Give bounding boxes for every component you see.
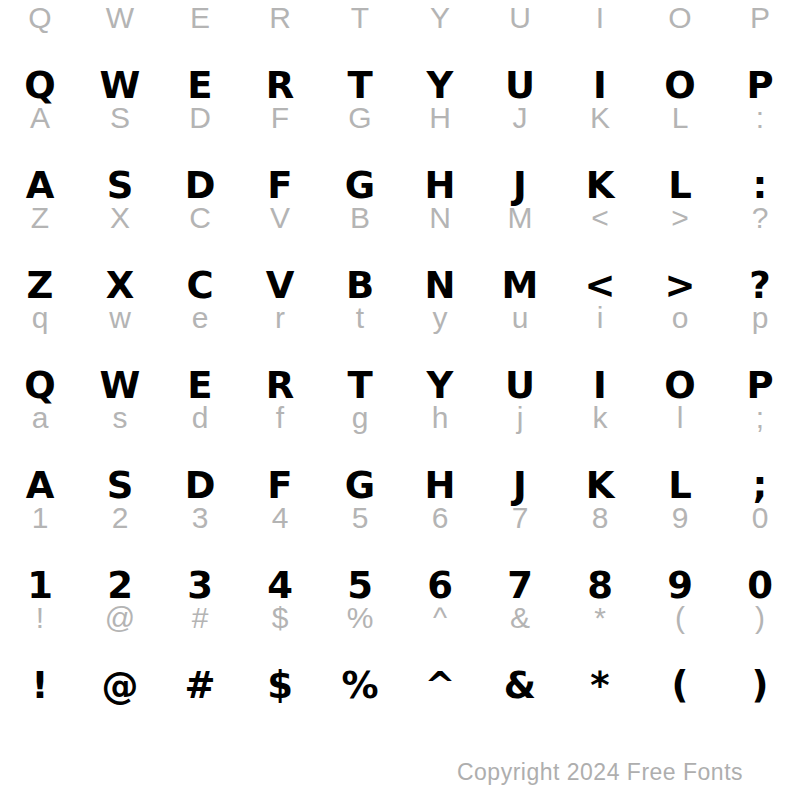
reference-char: i <box>597 303 604 333</box>
reference-char: G <box>348 103 371 133</box>
reference-char: j <box>517 403 524 433</box>
font-glyph: V <box>266 267 295 304</box>
font-glyph: O <box>664 367 695 404</box>
font-glyph: $ <box>267 667 293 704</box>
reference-char: @ <box>105 603 135 633</box>
font-glyph: 7 <box>507 567 533 604</box>
reference-char: R <box>269 3 291 33</box>
font-glyph: R <box>266 367 295 404</box>
font-glyph: D <box>185 467 216 504</box>
reference-char: 8 <box>592 503 609 533</box>
reference-char: T <box>351 3 369 33</box>
font-glyph: Q <box>24 67 55 104</box>
reference-char: ; <box>756 403 764 433</box>
font-glyph: F <box>267 167 292 204</box>
font-glyph: @ <box>102 667 139 704</box>
reference-char: 1 <box>32 503 49 533</box>
reference-char: 5 <box>352 503 369 533</box>
reference-char: I <box>596 3 604 33</box>
reference-char: A <box>30 103 50 133</box>
reference-char: U <box>509 3 531 33</box>
font-glyph: L <box>668 467 692 504</box>
font-glyph: 9 <box>667 567 693 604</box>
reference-char: F <box>271 103 289 133</box>
reference-char: w <box>109 303 131 333</box>
font-glyph: W <box>100 67 141 104</box>
reference-char: p <box>752 303 769 333</box>
font-glyph: P <box>746 67 773 104</box>
font-glyph: H <box>425 167 456 204</box>
font-glyph: J <box>513 167 527 204</box>
font-glyph: 5 <box>347 567 373 604</box>
font-glyph: 0 <box>747 567 773 604</box>
reference-char: d <box>192 403 209 433</box>
reference-char: N <box>429 203 451 233</box>
font-glyph: 6 <box>427 567 453 604</box>
reference-char: O <box>668 3 691 33</box>
font-glyph: ^ <box>424 667 455 704</box>
reference-char: M <box>508 203 533 233</box>
font-glyph: U <box>505 367 535 404</box>
reference-char: X <box>110 203 130 233</box>
reference-char: y <box>433 303 448 333</box>
font-glyph: ? <box>749 267 770 304</box>
font-glyph: A <box>26 467 55 504</box>
font-glyph: 8 <box>587 567 613 604</box>
font-glyph: A <box>26 167 55 204</box>
font-glyph: W <box>100 367 141 404</box>
reference-char: % <box>347 603 374 633</box>
reference-char: W <box>106 3 134 33</box>
font-glyph: # <box>184 667 215 704</box>
font-glyph: T <box>347 367 372 404</box>
reference-char: ( <box>675 603 685 633</box>
reference-char: E <box>190 3 210 33</box>
reference-char: < <box>591 203 609 233</box>
reference-char: J <box>513 103 528 133</box>
reference-char: D <box>189 103 211 133</box>
reference-char: C <box>189 203 211 233</box>
reference-char: 7 <box>512 503 529 533</box>
reference-char: P <box>750 3 770 33</box>
reference-char: f <box>276 403 284 433</box>
reference-row: !@#$%^&*() <box>0 600 800 636</box>
font-glyph: T <box>347 67 372 104</box>
font-glyph: G <box>345 167 375 204</box>
reference-char: > <box>671 203 689 233</box>
font-glyph: P <box>746 367 773 404</box>
font-glyph: ( <box>672 667 689 704</box>
reference-char: k <box>593 403 608 433</box>
reference-char: o <box>672 303 689 333</box>
reference-char: S <box>110 103 130 133</box>
font-glyph: < <box>584 267 615 304</box>
font-glyph: I <box>593 367 607 404</box>
reference-char: u <box>512 303 529 333</box>
reference-char: 2 <box>112 503 129 533</box>
font-glyph: * <box>590 667 609 704</box>
font-glyph: E <box>187 367 212 404</box>
reference-char: 9 <box>672 503 689 533</box>
reference-char: h <box>432 403 449 433</box>
reference-char: q <box>32 303 49 333</box>
reference-char: 4 <box>272 503 289 533</box>
font-glyph: Y <box>427 367 454 404</box>
font-glyph: : <box>753 167 768 204</box>
reference-char: & <box>510 603 530 633</box>
font-glyph: ! <box>32 667 49 704</box>
font-glyph: B <box>346 267 374 304</box>
font-glyph: G <box>345 467 375 504</box>
reference-char: 6 <box>432 503 449 533</box>
glyph-row: !@#$%^&*() <box>0 661 800 709</box>
reference-char: e <box>192 303 209 333</box>
reference-char: H <box>429 103 451 133</box>
reference-row: ASDFGHJKL: <box>0 100 800 136</box>
reference-char: V <box>270 203 290 233</box>
reference-char: ^ <box>433 603 447 633</box>
reference-char: : <box>756 103 764 133</box>
reference-row: asdfghjkl; <box>0 400 800 436</box>
font-glyph: X <box>106 267 135 304</box>
font-glyph: ; <box>753 467 768 504</box>
font-glyph: L <box>668 167 692 204</box>
font-glyph: 4 <box>267 567 293 604</box>
reference-char: ) <box>755 603 765 633</box>
font-glyph: M <box>502 267 539 304</box>
font-glyph: S <box>107 467 134 504</box>
reference-char: 0 <box>752 503 769 533</box>
reference-char: a <box>32 403 49 433</box>
font-glyph: % <box>341 667 378 704</box>
font-glyph: U <box>505 67 535 104</box>
font-glyph: Q <box>24 367 55 404</box>
reference-char: B <box>350 203 370 233</box>
font-glyph: H <box>425 467 456 504</box>
font-glyph: C <box>186 267 213 304</box>
reference-char: s <box>113 403 128 433</box>
font-glyph: 2 <box>107 567 133 604</box>
reference-char: L <box>672 103 689 133</box>
reference-char: K <box>590 103 610 133</box>
reference-char: t <box>356 303 364 333</box>
font-glyph: K <box>586 167 615 204</box>
font-glyph: R <box>266 67 295 104</box>
reference-char: r <box>275 303 285 333</box>
reference-char: Q <box>28 3 51 33</box>
reference-char: ! <box>36 603 44 633</box>
font-glyph: > <box>664 267 695 304</box>
reference-char: $ <box>272 603 289 633</box>
reference-char: g <box>352 403 369 433</box>
font-glyph: S <box>107 167 134 204</box>
reference-char: * <box>594 603 606 633</box>
font-glyph: & <box>504 667 536 704</box>
reference-row: QWERTYUIOP <box>0 0 800 36</box>
reference-char: 3 <box>192 503 209 533</box>
font-glyph: K <box>586 467 615 504</box>
font-glyph: I <box>593 67 607 104</box>
reference-char: l <box>677 403 684 433</box>
font-glyph: E <box>187 67 212 104</box>
font-glyph: Y <box>427 67 454 104</box>
font-glyph: D <box>185 167 216 204</box>
copyright-text: Copyright 2024 Free Fonts <box>400 756 800 788</box>
font-glyph: 3 <box>187 567 213 604</box>
reference-char: ? <box>752 203 769 233</box>
reference-row: qwertyuiop <box>0 300 800 336</box>
font-glyph: F <box>267 467 292 504</box>
reference-char: # <box>192 603 209 633</box>
reference-char: Z <box>31 203 49 233</box>
font-glyph: O <box>664 67 695 104</box>
font-glyph: J <box>513 467 527 504</box>
reference-row: ZXCVBNM<>? <box>0 200 800 236</box>
font-glyph: ) <box>752 667 769 704</box>
font-glyph: 1 <box>27 567 53 604</box>
reference-char: Y <box>430 3 450 33</box>
font-glyph: N <box>425 267 456 304</box>
reference-row: 1234567890 <box>0 500 800 536</box>
font-glyph: Z <box>27 267 54 304</box>
